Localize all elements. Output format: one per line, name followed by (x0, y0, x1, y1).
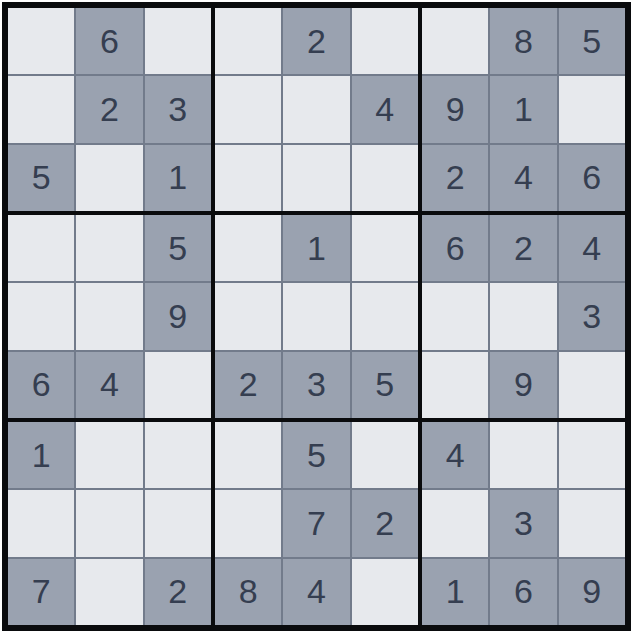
cell-r4c1[interactable] (8, 215, 74, 281)
cell-r1c4[interactable] (215, 8, 281, 74)
sudoku-box-6: 62439 (422, 215, 625, 418)
sudoku-box-7: 172 (8, 422, 211, 625)
cell-r2c9[interactable] (559, 76, 625, 142)
sudoku-box-9: 43169 (422, 422, 625, 625)
cell-r2c7[interactable]: 9 (422, 76, 488, 142)
cell-r3c8[interactable]: 4 (490, 145, 556, 211)
cell-r9c1[interactable]: 7 (8, 559, 74, 625)
cell-r5c8[interactable] (490, 283, 556, 349)
cell-r3c2[interactable] (76, 145, 142, 211)
cell-r3c7[interactable]: 2 (422, 145, 488, 211)
cell-r3c6[interactable] (352, 145, 418, 211)
cell-r5c3[interactable]: 9 (145, 283, 211, 349)
sudoku-box-8: 57284 (215, 422, 418, 625)
cell-r2c2[interactable]: 2 (76, 76, 142, 142)
cell-r2c4[interactable] (215, 76, 281, 142)
cell-r5c2[interactable] (76, 283, 142, 349)
cell-r4c4[interactable] (215, 215, 281, 281)
cell-r5c5[interactable] (283, 283, 349, 349)
sudoku-box-1: 62351 (8, 8, 211, 211)
cell-r3c3[interactable]: 1 (145, 145, 211, 211)
cell-r4c2[interactable] (76, 215, 142, 281)
cell-r1c1[interactable] (8, 8, 74, 74)
cell-r4c6[interactable] (352, 215, 418, 281)
cell-r2c1[interactable] (8, 76, 74, 142)
cell-r2c5[interactable] (283, 76, 349, 142)
cell-r3c5[interactable] (283, 145, 349, 211)
cell-r7c7[interactable]: 4 (422, 422, 488, 488)
cell-r6c9[interactable] (559, 352, 625, 418)
cell-r1c6[interactable] (352, 8, 418, 74)
cell-r4c9[interactable]: 4 (559, 215, 625, 281)
cell-r6c3[interactable] (145, 352, 211, 418)
cell-r1c3[interactable] (145, 8, 211, 74)
cell-r9c5[interactable]: 4 (283, 559, 349, 625)
cell-r1c8[interactable]: 8 (490, 8, 556, 74)
cell-r7c1[interactable]: 1 (8, 422, 74, 488)
cell-r8c2[interactable] (76, 490, 142, 556)
cell-r3c9[interactable]: 6 (559, 145, 625, 211)
cell-r1c9[interactable]: 5 (559, 8, 625, 74)
cell-r4c7[interactable]: 6 (422, 215, 488, 281)
cell-r9c8[interactable]: 6 (490, 559, 556, 625)
cell-r7c5[interactable]: 5 (283, 422, 349, 488)
sudoku-box-2: 24 (215, 8, 418, 211)
cell-r4c8[interactable]: 2 (490, 215, 556, 281)
cell-r5c4[interactable] (215, 283, 281, 349)
cell-r9c9[interactable]: 9 (559, 559, 625, 625)
cell-r8c4[interactable] (215, 490, 281, 556)
cell-r3c4[interactable] (215, 145, 281, 211)
cell-r3c1[interactable]: 5 (8, 145, 74, 211)
cell-r1c2[interactable]: 6 (76, 8, 142, 74)
cell-r4c3[interactable]: 5 (145, 215, 211, 281)
sudoku-box-3: 8591246 (422, 8, 625, 211)
cell-r1c7[interactable] (422, 8, 488, 74)
cell-r9c2[interactable] (76, 559, 142, 625)
cell-r9c3[interactable]: 2 (145, 559, 211, 625)
cell-r5c6[interactable] (352, 283, 418, 349)
cell-r7c9[interactable] (559, 422, 625, 488)
cell-r8c1[interactable] (8, 490, 74, 556)
cell-r6c1[interactable]: 6 (8, 352, 74, 418)
cell-r8c3[interactable] (145, 490, 211, 556)
cell-r7c8[interactable] (490, 422, 556, 488)
cell-r8c6[interactable]: 2 (352, 490, 418, 556)
cell-r4c5[interactable]: 1 (283, 215, 349, 281)
cell-r7c4[interactable] (215, 422, 281, 488)
cell-r8c9[interactable] (559, 490, 625, 556)
cell-r7c3[interactable] (145, 422, 211, 488)
cell-r9c4[interactable]: 8 (215, 559, 281, 625)
cell-r2c3[interactable]: 3 (145, 76, 211, 142)
cell-r6c2[interactable]: 4 (76, 352, 142, 418)
cell-r7c2[interactable] (76, 422, 142, 488)
cell-r8c7[interactable] (422, 490, 488, 556)
cell-r2c8[interactable]: 1 (490, 76, 556, 142)
cell-r8c8[interactable]: 3 (490, 490, 556, 556)
cell-r8c5[interactable]: 7 (283, 490, 349, 556)
cell-r5c7[interactable] (422, 283, 488, 349)
cell-r6c7[interactable] (422, 352, 488, 418)
cell-r6c6[interactable]: 5 (352, 352, 418, 418)
sudoku-board: 6235124859124659641235624391725728443169 (2, 2, 631, 631)
cell-r9c6[interactable] (352, 559, 418, 625)
sudoku-box-5: 1235 (215, 215, 418, 418)
cell-r6c5[interactable]: 3 (283, 352, 349, 418)
cell-r1c5[interactable]: 2 (283, 8, 349, 74)
cell-r6c4[interactable]: 2 (215, 352, 281, 418)
cell-r2c6[interactable]: 4 (352, 76, 418, 142)
sudoku-box-4: 5964 (8, 215, 211, 418)
cell-r5c9[interactable]: 3 (559, 283, 625, 349)
cell-r9c7[interactable]: 1 (422, 559, 488, 625)
cell-r7c6[interactable] (352, 422, 418, 488)
sudoku-page: 6235124859124659641235624391725728443169 (0, 0, 633, 633)
cell-r5c1[interactable] (8, 283, 74, 349)
cell-r6c8[interactable]: 9 (490, 352, 556, 418)
